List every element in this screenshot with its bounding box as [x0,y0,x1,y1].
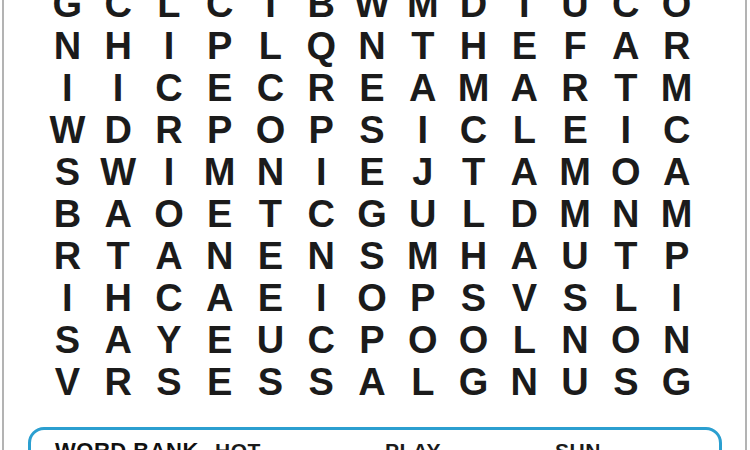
word-bank-label: WORD BANK [55,438,199,450]
grid-cell-r10c10[interactable]: N [499,361,550,403]
grid-cell-r3c12[interactable]: T [600,67,651,109]
grid-cell-r7c12[interactable]: T [600,235,651,277]
grid-cell-r2c12[interactable]: A [600,25,651,67]
grid-cell-r6c6[interactable]: C [296,193,347,235]
grid-cell-r4c7[interactable]: S [347,109,398,151]
grid-cell-r1c6[interactable]: B [296,0,347,25]
grid-cell-r2c3[interactable]: I [144,25,195,67]
grid-cell-r1c2[interactable]: C [93,0,144,25]
grid-cell-r8c9[interactable]: S [448,277,499,319]
grid-cell-r4c13[interactable]: C [651,109,702,151]
grid-cell-r4c9[interactable]: C [448,109,499,151]
grid-cell-r8c12[interactable]: L [600,277,651,319]
grid-cell-r7c8[interactable]: M [397,235,448,277]
grid-cell-r3c3[interactable]: C [144,67,195,109]
grid-cell-r10c4[interactable]: E [194,361,245,403]
grid-cell-r8c3[interactable]: C [144,277,195,319]
grid-cell-r4c4[interactable]: P [194,109,245,151]
grid-cell-r2c9[interactable]: H [448,25,499,67]
grid-cell-r1c5[interactable]: I [245,0,296,25]
grid-cell-r8c13[interactable]: I [651,277,702,319]
grid-cell-r3c10[interactable]: A [499,67,550,109]
grid-cell-r7c10[interactable]: A [499,235,550,277]
grid-cell-r3c6[interactable]: R [296,67,347,109]
word-bank-word: HOT [215,439,385,450]
grid-cell-r2c4[interactable]: P [194,25,245,67]
grid-cell-r2c2[interactable]: H [93,25,144,67]
grid-cell-r8c8[interactable]: P [397,277,448,319]
grid-cell-r9c4[interactable]: E [194,319,245,361]
grid-cell-r1c12[interactable]: C [600,0,651,25]
grid-cell-r9c7[interactable]: P [347,319,398,361]
grid-cell-r8c2[interactable]: H [93,277,144,319]
word-bank-words: HOTPLAYSUN [215,439,725,450]
grid-cell-r5c9[interactable]: T [448,151,499,193]
grid-cell-r1c9[interactable]: D [448,0,499,25]
grid-cell-r8c5[interactable]: E [245,277,296,319]
grid-cell-r8c6[interactable]: I [296,277,347,319]
grid-cell-r9c6[interactable]: C [296,319,347,361]
grid-cell-r7c4[interactable]: N [194,235,245,277]
grid-cell-r7c6[interactable]: N [296,235,347,277]
grid-cell-r3c4[interactable]: E [194,67,245,109]
page-edge-right [745,0,747,450]
grid-cell-r4c6[interactable]: P [296,109,347,151]
grid-cell-r4c12[interactable]: I [600,109,651,151]
grid-cell-r5c4[interactable]: M [194,151,245,193]
grid-cell-r3c11[interactable]: R [550,67,601,109]
grid-cell-r4c11[interactable]: E [550,109,601,151]
grid-cell-r2c1[interactable]: N [42,25,93,67]
grid-cell-r10c12[interactable]: S [600,361,651,403]
grid-cell-r5c1[interactable]: S [42,151,93,193]
page-edge-left [2,0,4,450]
grid-cell-r3c7[interactable]: E [347,67,398,109]
grid-cell-r2c10[interactable]: E [499,25,550,67]
letter-grid: GCLCIBWMDIUCONHIPLQNTHEFARIICECREAMARTMW… [42,0,702,403]
word-bank-word: PLAY [385,439,555,450]
grid-cell-r10c9[interactable]: G [448,361,499,403]
grid-cell-r10c2[interactable]: R [93,361,144,403]
grid-cell-r3c2[interactable]: I [93,67,144,109]
grid-cell-r8c1[interactable]: I [42,277,93,319]
grid-cell-r4c10[interactable]: L [499,109,550,151]
grid-cell-r7c3[interactable]: A [144,235,195,277]
grid-cell-r10c8[interactable]: L [397,361,448,403]
worksheet-page: GCLCIBWMDIUCONHIPLQNTHEFARIICECREAMARTMW… [0,0,750,450]
grid-cell-r6c3[interactable]: O [144,193,195,235]
grid-cell-r6c1[interactable]: B [42,193,93,235]
grid-cell-r1c3[interactable]: L [144,0,195,25]
grid-cell-r1c7[interactable]: W [347,0,398,25]
grid-cell-r5c10[interactable]: A [499,151,550,193]
grid-cell-r10c11[interactable]: U [550,361,601,403]
grid-cell-r6c7[interactable]: G [347,193,398,235]
grid-cell-r6c13[interactable]: M [651,193,702,235]
grid-cell-r3c5[interactable]: C [245,67,296,109]
grid-cell-r3c9[interactable]: M [448,67,499,109]
grid-cell-r9c10[interactable]: L [499,319,550,361]
grid-cell-r10c7[interactable]: A [347,361,398,403]
grid-cell-r5c11[interactable]: M [550,151,601,193]
grid-cell-r8c10[interactable]: V [499,277,550,319]
grid-cell-r1c8[interactable]: M [397,0,448,25]
grid-cell-r4c3[interactable]: R [144,109,195,151]
grid-cell-r10c1[interactable]: V [42,361,93,403]
grid-cell-r7c7[interactable]: S [347,235,398,277]
grid-cell-r2c5[interactable]: L [245,25,296,67]
grid-cell-r10c6[interactable]: S [296,361,347,403]
grid-cell-r6c11[interactable]: M [550,193,601,235]
grid-cell-r8c4[interactable]: A [194,277,245,319]
grid-cell-r4c1[interactable]: W [42,109,93,151]
grid-cell-r7c13[interactable]: P [651,235,702,277]
grid-cell-r1c13[interactable]: O [651,0,702,25]
grid-cell-r2c6[interactable]: Q [296,25,347,67]
grid-cell-r7c11[interactable]: U [550,235,601,277]
grid-cell-r6c10[interactable]: D [499,193,550,235]
grid-cell-r9c3[interactable]: Y [144,319,195,361]
grid-cell-r4c8[interactable]: I [397,109,448,151]
grid-cell-r8c7[interactable]: O [347,277,398,319]
word-bank-word: SUN [555,439,725,450]
grid-cell-r2c11[interactable]: F [550,25,601,67]
grid-cell-r2c7[interactable]: N [347,25,398,67]
grid-cell-r1c10[interactable]: I [499,0,550,25]
grid-cell-r5c3[interactable]: I [144,151,195,193]
grid-cell-r4c2[interactable]: D [93,109,144,151]
grid-cell-r9c2[interactable]: A [93,319,144,361]
grid-cell-r9c8[interactable]: O [397,319,448,361]
grid-cell-r10c13[interactable]: G [651,361,702,403]
grid-cell-r7c2[interactable]: T [93,235,144,277]
grid-cell-r6c5[interactable]: T [245,193,296,235]
grid-cell-r4c5[interactable]: O [245,109,296,151]
grid-cell-r7c5[interactable]: E [245,235,296,277]
grid-cell-r9c1[interactable]: S [42,319,93,361]
grid-cell-r3c8[interactable]: A [397,67,448,109]
grid-cell-r6c12[interactable]: N [600,193,651,235]
grid-cell-r7c9[interactable]: H [448,235,499,277]
grid-cell-r7c1[interactable]: R [42,235,93,277]
grid-cell-r6c8[interactable]: U [397,193,448,235]
grid-cell-r5c2[interactable]: W [93,151,144,193]
word-bank: WORD BANK HOTPLAYSUN [28,427,722,450]
grid-cell-r2c13[interactable]: R [651,25,702,67]
grid-cell-r5c6[interactable]: I [296,151,347,193]
grid-cell-r9c11[interactable]: N [550,319,601,361]
grid-cell-r10c3[interactable]: S [144,361,195,403]
grid-cell-r3c1[interactable]: I [42,67,93,109]
grid-cell-r5c13[interactable]: A [651,151,702,193]
grid-cell-r9c9[interactable]: O [448,319,499,361]
grid-cell-r2c8[interactable]: T [397,25,448,67]
grid-cell-r3c13[interactable]: M [651,67,702,109]
grid-cell-r8c11[interactable]: S [550,277,601,319]
grid-cell-r6c4[interactable]: E [194,193,245,235]
grid-cell-r9c5[interactable]: U [245,319,296,361]
grid-cell-r6c9[interactable]: L [448,193,499,235]
grid-cell-r1c11[interactable]: U [550,0,601,25]
grid-cell-r6c2[interactable]: A [93,193,144,235]
grid-cell-r1c4[interactable]: C [194,0,245,25]
grid-cell-r5c12[interactable]: O [600,151,651,193]
grid-cell-r10c5[interactable]: S [245,361,296,403]
grid-cell-r9c12[interactable]: O [600,319,651,361]
grid-cell-r1c1[interactable]: G [42,0,93,25]
grid-cell-r5c8[interactable]: J [397,151,448,193]
grid-cell-r5c5[interactable]: N [245,151,296,193]
grid-cell-r5c7[interactable]: E [347,151,398,193]
grid-cell-r9c13[interactable]: N [651,319,702,361]
